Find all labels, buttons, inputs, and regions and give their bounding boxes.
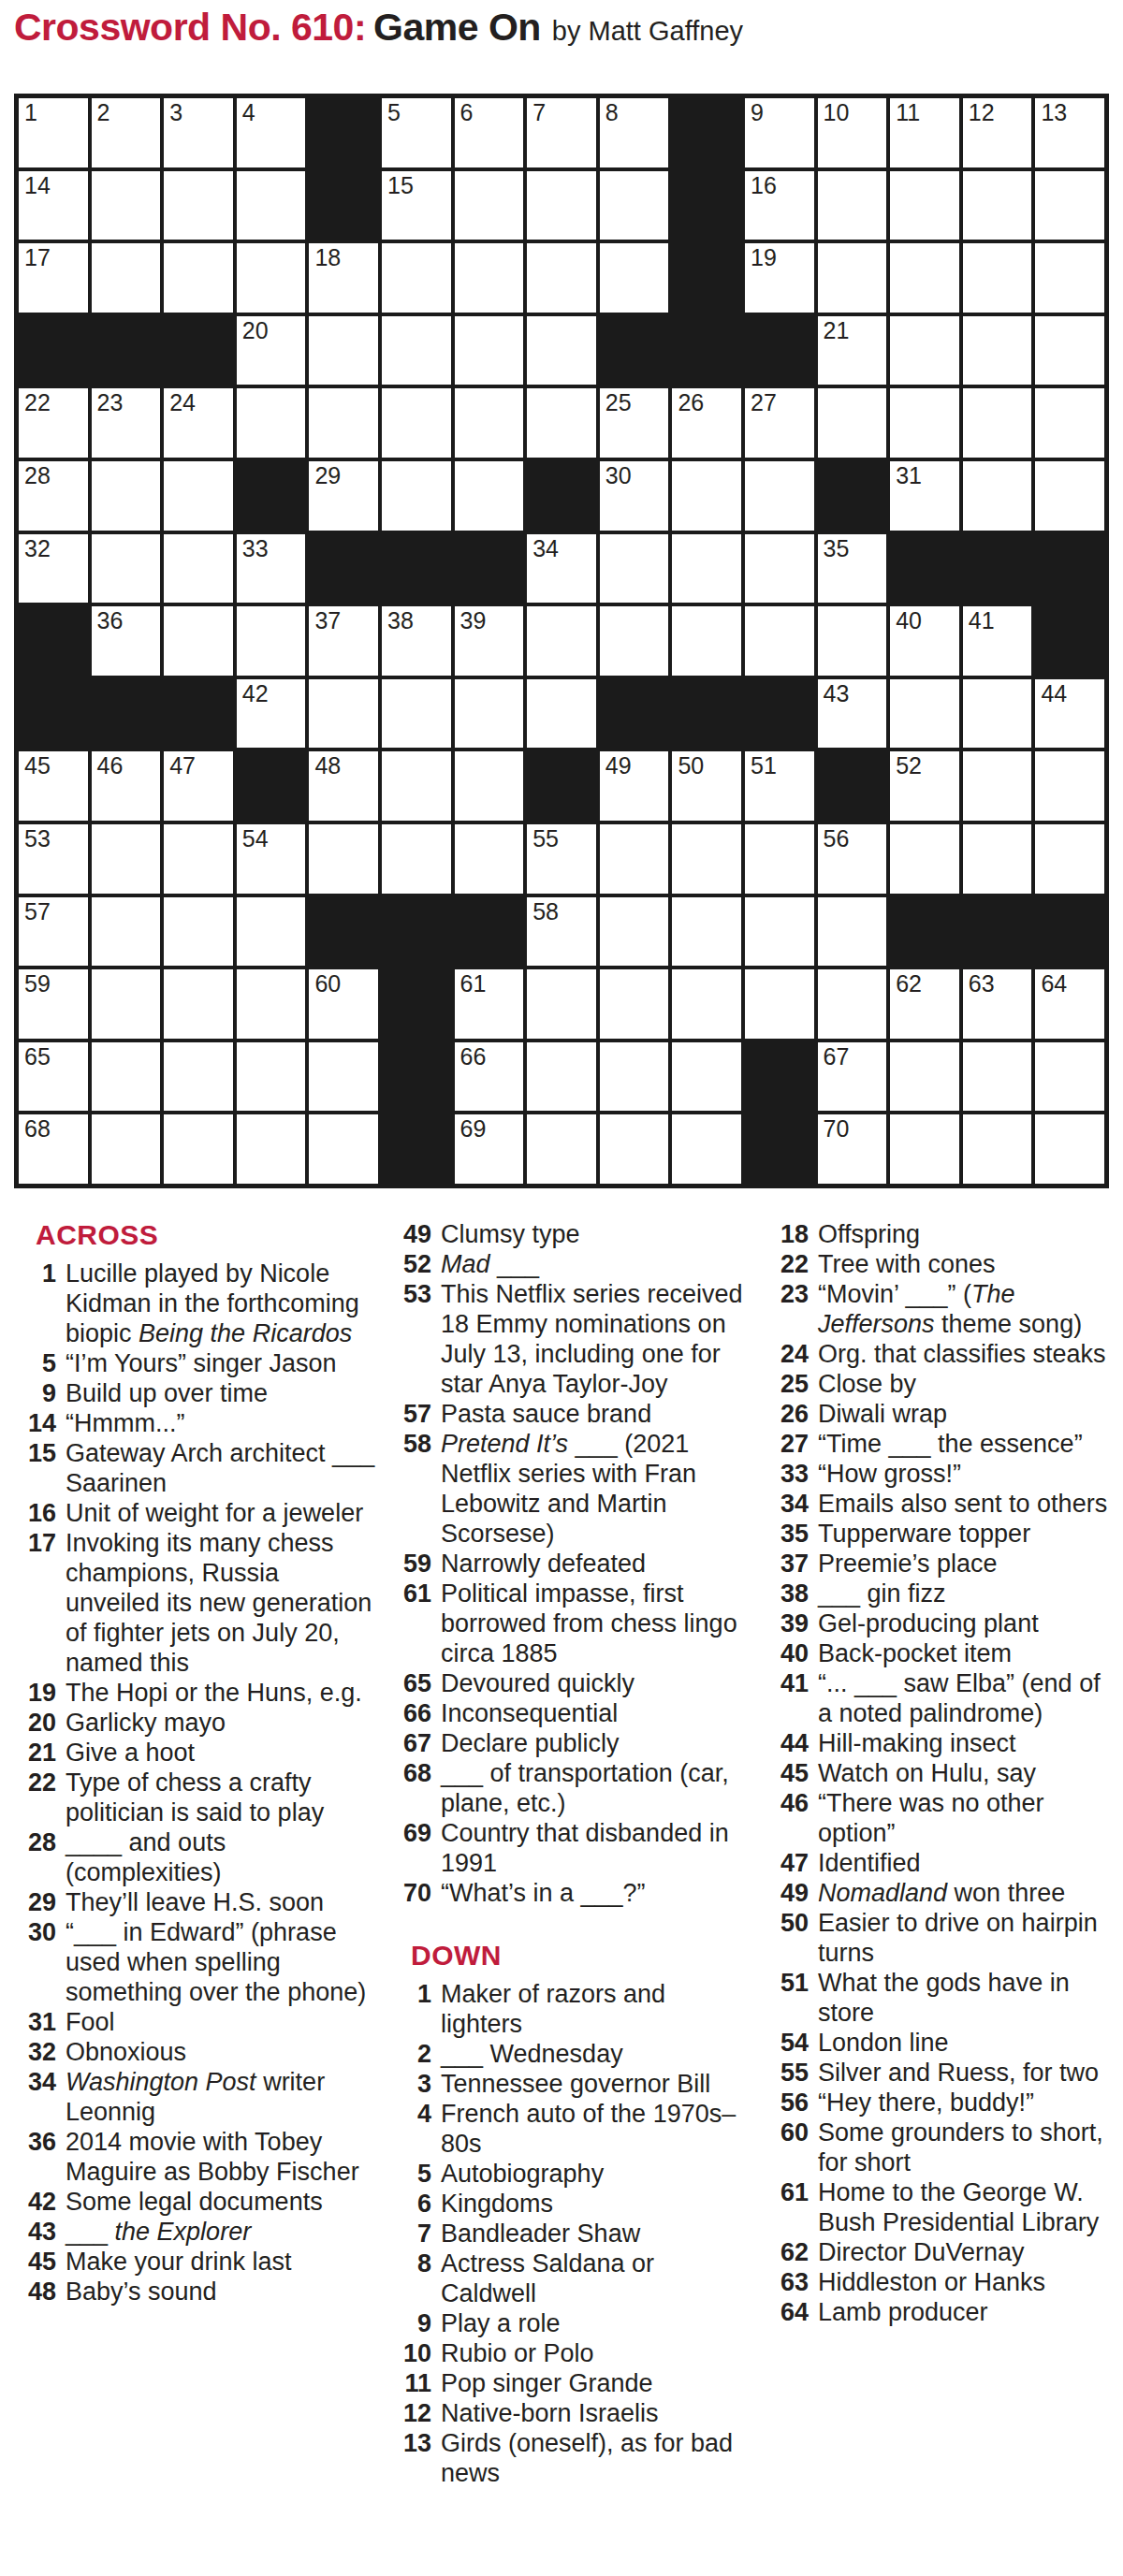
grid-cell[interactable] — [672, 897, 741, 967]
grid-cell[interactable]: 3 — [164, 98, 233, 167]
grid-cell[interactable] — [600, 534, 669, 604]
clue-number: 68 — [394, 1758, 431, 1818]
grid-cell[interactable] — [963, 751, 1032, 821]
clue-number: 66 — [394, 1698, 431, 1728]
clue-down-23: 23“Movin’ ___” (The Jeffersons theme son… — [771, 1279, 1119, 1339]
grid-cell[interactable] — [92, 534, 161, 604]
grid-cell[interactable] — [963, 316, 1032, 386]
grid-cell[interactable]: 66 — [455, 1042, 524, 1112]
grid-cell[interactable] — [1035, 1042, 1104, 1112]
grid-cell[interactable]: 56 — [818, 824, 887, 894]
grid-cell[interactable] — [92, 1114, 161, 1184]
grid-cell[interactable]: 48 — [309, 751, 378, 821]
grid-cell[interactable] — [672, 824, 741, 894]
clue-down-2: 2___ Wednesday — [394, 2039, 751, 2069]
grid-cell[interactable] — [963, 461, 1032, 531]
clue-number: 34 — [19, 2067, 56, 2127]
grid-cell[interactable]: 68 — [19, 1114, 88, 1184]
grid-cell[interactable] — [1035, 751, 1104, 821]
grid-cell[interactable] — [963, 388, 1032, 458]
grid-cell-black — [1035, 897, 1104, 967]
grid-cell[interactable]: 57 — [19, 897, 88, 967]
grid-cell[interactable]: 63 — [963, 969, 1032, 1039]
grid-cell[interactable] — [164, 969, 233, 1039]
grid-cell-black — [382, 534, 451, 604]
grid-cell[interactable] — [818, 388, 887, 458]
clue-number: 21 — [19, 1738, 56, 1768]
grid-cell[interactable] — [745, 461, 814, 531]
grid-cell-black — [309, 897, 378, 967]
clue-text: Country that disbanded in 1991 — [441, 1818, 751, 1878]
grid-cell[interactable] — [309, 316, 378, 386]
grid-cell[interactable] — [600, 824, 669, 894]
clue-number: 18 — [771, 1219, 809, 1249]
clue-number: 27 — [771, 1429, 809, 1459]
grid-cell[interactable] — [455, 316, 524, 386]
grid-cell[interactable]: 9 — [745, 98, 814, 167]
grid-cell[interactable] — [818, 969, 887, 1039]
clue-text: ___ the Explorer — [66, 2217, 376, 2247]
grid-cell[interactable] — [237, 969, 306, 1039]
grid-cell[interactable]: 21 — [818, 316, 887, 386]
grid-cell[interactable] — [92, 171, 161, 240]
clue-across-30: 30“___ in Edward” (phrase used when spel… — [19, 1917, 376, 2007]
grid-cell[interactable] — [237, 1114, 306, 1184]
grid-cell[interactable]: 64 — [1035, 969, 1104, 1039]
grid-cell[interactable] — [237, 897, 306, 967]
clue-down-18: 18Offspring — [771, 1219, 1119, 1249]
grid-cell[interactable] — [527, 171, 596, 240]
grid-cell[interactable] — [672, 534, 741, 604]
grid-cell[interactable]: 55 — [527, 824, 596, 894]
grid-cell[interactable]: 30 — [600, 461, 669, 531]
grid-cell[interactable] — [382, 388, 451, 458]
grid-cell[interactable] — [164, 461, 233, 531]
grid-cell[interactable]: 44 — [1035, 679, 1104, 749]
grid-cell[interactable] — [600, 897, 669, 967]
clue-across-1: 1Lucille played by Nicole Kidman in the … — [19, 1259, 376, 1348]
clue-number: 49 — [394, 1219, 431, 1249]
grid-cell[interactable] — [672, 969, 741, 1039]
cell-number: 65 — [24, 1045, 51, 1069]
grid-cell-black — [745, 679, 814, 749]
grid-cell[interactable] — [963, 1114, 1032, 1184]
clue-across-29: 29They’ll leave H.S. soon — [19, 1887, 376, 1917]
grid-cell[interactable] — [164, 1042, 233, 1112]
grid-cell-black — [382, 969, 451, 1039]
grid-cell[interactable] — [963, 824, 1032, 894]
grid-cell[interactable]: 14 — [19, 171, 88, 240]
grid-cell[interactable] — [818, 171, 887, 240]
grid-cell[interactable] — [1035, 388, 1104, 458]
grid-cell[interactable]: 60 — [309, 969, 378, 1039]
grid-cell[interactable]: 43 — [818, 679, 887, 749]
grid-cell[interactable]: 38 — [382, 606, 451, 676]
clue-down-40: 40Back-pocket item — [771, 1638, 1119, 1668]
title-byline: by Matt Gaffney — [552, 16, 743, 46]
clue-number: 15 — [19, 1438, 56, 1498]
grid-cell[interactable] — [309, 824, 378, 894]
grid-cell[interactable]: 53 — [19, 824, 88, 894]
grid-cell[interactable] — [890, 316, 959, 386]
clue-text: Bandleader Shaw — [441, 2219, 751, 2249]
across-header: ACROSS — [36, 1219, 376, 1251]
grid-cell[interactable]: 13 — [1035, 98, 1104, 167]
grid-cell[interactable]: 65 — [19, 1042, 88, 1112]
grid-cell[interactable]: 36 — [92, 606, 161, 676]
grid-cell[interactable]: 1 — [19, 98, 88, 167]
clue-text: “There was no other option” — [818, 1788, 1119, 1848]
clue-down-13: 13Girds (oneself), as for bad news — [394, 2428, 751, 2488]
grid-cell[interactable] — [92, 461, 161, 531]
grid-cell[interactable]: 70 — [818, 1114, 887, 1184]
grid-cell[interactable] — [309, 679, 378, 749]
grid-cell[interactable] — [890, 1114, 959, 1184]
clue-number: 65 — [394, 1668, 431, 1698]
grid-cell[interactable] — [890, 243, 959, 313]
grid-cell-black — [309, 171, 378, 240]
grid-cell[interactable] — [92, 897, 161, 967]
clue-text: Clumsy type — [441, 1219, 751, 1249]
grid-cell[interactable]: 16 — [745, 171, 814, 240]
clue-text: Identified — [818, 1848, 1119, 1878]
grid-cell[interactable] — [1035, 1114, 1104, 1184]
cell-number: 63 — [969, 972, 995, 996]
clue-down-45: 45Watch on Hulu, say — [771, 1758, 1119, 1788]
grid-cell[interactable]: 4 — [237, 98, 306, 167]
grid-cell[interactable] — [600, 1042, 669, 1112]
grid-cell[interactable]: 50 — [672, 751, 741, 821]
clue-text: “I’m Yours” singer Jason — [66, 1348, 376, 1378]
grid-cell[interactable]: 62 — [890, 969, 959, 1039]
grid-cell[interactable] — [164, 824, 233, 894]
grid-cell[interactable] — [455, 171, 524, 240]
clue-number: 20 — [19, 1708, 56, 1738]
grid-cell[interactable] — [890, 388, 959, 458]
clue-text: Build up over time — [66, 1378, 376, 1408]
grid-cell[interactable]: 51 — [745, 751, 814, 821]
grid-cell[interactable]: 34 — [527, 534, 596, 604]
grid-cell[interactable]: 52 — [890, 751, 959, 821]
clue-text: Emails also sent to others — [818, 1489, 1119, 1519]
clue-across-68: 68___ of transportation (car, plane, etc… — [394, 1758, 751, 1818]
grid-cell[interactable] — [309, 388, 378, 458]
grid-cell[interactable]: 17 — [19, 243, 88, 313]
clue-text: ___ gin fizz — [818, 1579, 1119, 1608]
clue-text: Mad ___ — [441, 1249, 751, 1279]
cell-number: 23 — [97, 391, 124, 415]
grid-cell[interactable]: 15 — [382, 171, 451, 240]
clue-text: Declare publicly — [441, 1728, 751, 1758]
grid-cell[interactable] — [672, 1042, 741, 1112]
grid-cell[interactable] — [745, 606, 814, 676]
grid-cell[interactable]: 40 — [890, 606, 959, 676]
grid-cell[interactable] — [382, 316, 451, 386]
grid-cell[interactable]: 45 — [19, 751, 88, 821]
grid-cell[interactable] — [1035, 824, 1104, 894]
clue-down-50: 50Easier to drive on hairpin turns — [771, 1908, 1119, 1968]
cell-number: 31 — [896, 464, 922, 488]
grid-cell[interactable] — [600, 171, 669, 240]
grid-cell[interactable]: 26 — [672, 388, 741, 458]
clue-text: Preemie’s place — [818, 1549, 1119, 1579]
clue-down-46: 46“There was no other option” — [771, 1788, 1119, 1848]
grid-cell[interactable]: 24 — [164, 388, 233, 458]
grid-cell[interactable] — [963, 171, 1032, 240]
grid-cell[interactable] — [92, 969, 161, 1039]
grid-cell[interactable] — [745, 824, 814, 894]
clue-down-34: 34Emails also sent to others — [771, 1489, 1119, 1519]
grid-cell[interactable]: 22 — [19, 388, 88, 458]
grid-cell[interactable]: 19 — [745, 243, 814, 313]
cell-number: 67 — [824, 1045, 850, 1069]
clue-text: “___ in Edward” (phrase used when spelli… — [66, 1917, 376, 2007]
grid-cell[interactable]: 46 — [92, 751, 161, 821]
grid-cell[interactable] — [382, 679, 451, 749]
grid-cell[interactable] — [745, 534, 814, 604]
clue-across-70: 70“What’s in a ___?” — [394, 1878, 751, 1908]
grid-cell[interactable]: 20 — [237, 316, 306, 386]
grid-cell[interactable] — [745, 969, 814, 1039]
clue-text: Close by — [818, 1369, 1119, 1399]
clue-number: 31 — [19, 2007, 56, 2037]
grid-cell[interactable] — [237, 388, 306, 458]
clue-text: Devoured quickly — [441, 1668, 751, 1698]
grid-cell[interactable] — [382, 824, 451, 894]
grid-cell[interactable]: 67 — [818, 1042, 887, 1112]
grid-cell[interactable] — [1035, 243, 1104, 313]
grid-cell[interactable] — [672, 461, 741, 531]
grid-cell[interactable]: 59 — [19, 969, 88, 1039]
clue-number: 23 — [771, 1279, 809, 1339]
grid-cell[interactable] — [527, 969, 596, 1039]
grid-cell[interactable] — [963, 679, 1032, 749]
grid-cell[interactable] — [455, 679, 524, 749]
clue-text: Obnoxious — [66, 2037, 376, 2067]
grid-cell[interactable] — [1035, 171, 1104, 240]
grid-cell[interactable]: 8 — [600, 98, 669, 167]
cell-number: 58 — [532, 900, 559, 924]
clue-text: Home to the George W. Bush Presidential … — [818, 2177, 1119, 2237]
clue-text: Narrowly defeated — [441, 1549, 751, 1579]
grid-cell[interactable] — [527, 606, 596, 676]
clue-down-39: 39Gel-producing plant — [771, 1608, 1119, 1638]
grid-cell[interactable] — [164, 897, 233, 967]
clue-number: 52 — [394, 1249, 431, 1279]
grid-cell[interactable] — [237, 1042, 306, 1112]
grid-cell[interactable]: 2 — [92, 98, 161, 167]
grid-cell[interactable] — [92, 1042, 161, 1112]
cell-number: 26 — [678, 391, 704, 415]
grid-cell-black — [1035, 606, 1104, 676]
clue-number: 41 — [771, 1668, 809, 1728]
cell-number: 22 — [24, 391, 51, 415]
clue-text: Baby’s sound — [66, 2277, 376, 2307]
grid-cell[interactable]: 10 — [818, 98, 887, 167]
grid-cell[interactable]: 32 — [19, 534, 88, 604]
grid-cell[interactable]: 12 — [963, 98, 1032, 167]
grid-cell[interactable]: 23 — [92, 388, 161, 458]
grid-cell[interactable] — [890, 1042, 959, 1112]
grid-cell[interactable] — [963, 1042, 1032, 1112]
grid-cell[interactable] — [164, 534, 233, 604]
grid-cell[interactable] — [745, 897, 814, 967]
grid-cell[interactable]: 5 — [382, 98, 451, 167]
grid-cell[interactable] — [890, 824, 959, 894]
grid-cell[interactable] — [164, 606, 233, 676]
grid-cell[interactable]: 6 — [455, 98, 524, 167]
grid-cell[interactable] — [309, 1042, 378, 1112]
grid-cell[interactable] — [527, 316, 596, 386]
grid-cell[interactable] — [1035, 316, 1104, 386]
grid-cell[interactable]: 33 — [237, 534, 306, 604]
grid-cell[interactable]: 49 — [600, 751, 669, 821]
clue-number: 36 — [19, 2127, 56, 2187]
grid-cell[interactable]: 54 — [237, 824, 306, 894]
cell-number: 45 — [24, 754, 51, 778]
across-clues-part1: 1Lucille played by Nicole Kidman in the … — [19, 1259, 376, 2307]
clue-number: 1 — [19, 1259, 56, 1348]
cell-number: 62 — [896, 972, 922, 996]
clue-number: 16 — [19, 1498, 56, 1528]
grid-cell[interactable] — [963, 243, 1032, 313]
grid-cell[interactable] — [92, 824, 161, 894]
grid-cell[interactable]: 35 — [818, 534, 887, 604]
grid-cell[interactable] — [890, 171, 959, 240]
grid-cell[interactable] — [818, 606, 887, 676]
grid-cell[interactable] — [92, 243, 161, 313]
clue-text: What the gods have in store — [818, 1968, 1119, 2028]
clue-number: 54 — [771, 2028, 809, 2058]
clue-number: 67 — [394, 1728, 431, 1758]
cell-number: 27 — [751, 391, 777, 415]
grid-cell[interactable] — [600, 969, 669, 1039]
grid-cell[interactable] — [455, 461, 524, 531]
clue-across-28: 28____ and outs (complexities) — [19, 1827, 376, 1887]
grid-cell[interactable] — [600, 606, 669, 676]
grid-cell[interactable]: 7 — [527, 98, 596, 167]
grid-cell[interactable] — [527, 1114, 596, 1184]
clue-number: 57 — [394, 1399, 431, 1429]
grid-cell[interactable] — [672, 606, 741, 676]
grid-cell[interactable] — [672, 1114, 741, 1184]
grid-cell[interactable]: 58 — [527, 897, 596, 967]
grid-cell[interactable]: 69 — [455, 1114, 524, 1184]
grid-cell[interactable] — [382, 461, 451, 531]
grid-cell[interactable]: 37 — [309, 606, 378, 676]
clue-across-43: 43___ the Explorer — [19, 2217, 376, 2247]
clue-text: Some legal documents — [66, 2187, 376, 2217]
grid-cell[interactable] — [527, 388, 596, 458]
grid-cell[interactable] — [237, 243, 306, 313]
grid-cell[interactable] — [309, 1114, 378, 1184]
cell-number: 39 — [460, 609, 487, 633]
grid-cell[interactable] — [527, 1042, 596, 1112]
cell-number: 61 — [460, 972, 487, 996]
grid-cell[interactable]: 42 — [237, 679, 306, 749]
grid-cell[interactable] — [382, 751, 451, 821]
grid-cell[interactable]: 18 — [309, 243, 378, 313]
grid-cell[interactable]: 31 — [890, 461, 959, 531]
clue-number: 45 — [771, 1758, 809, 1788]
grid-cell[interactable] — [164, 1114, 233, 1184]
clue-number: 51 — [771, 1968, 809, 2028]
clue-number: 55 — [771, 2058, 809, 2088]
grid-cell-black — [890, 534, 959, 604]
clue-across-58: 58Pretend It’s ___ (2021 Netflix series … — [394, 1429, 751, 1549]
grid-cell[interactable]: 27 — [745, 388, 814, 458]
clue-down-47: 47Identified — [771, 1848, 1119, 1878]
clue-text: Hill-making insect — [818, 1728, 1119, 1758]
clue-down-51: 51What the gods have in store — [771, 1968, 1119, 2028]
grid-cell[interactable]: 28 — [19, 461, 88, 531]
grid-cell[interactable] — [1035, 461, 1104, 531]
grid-cell[interactable]: 39 — [455, 606, 524, 676]
grid-cell[interactable] — [382, 243, 451, 313]
cell-number: 48 — [314, 754, 341, 778]
grid-cell[interactable] — [455, 243, 524, 313]
clue-number: 32 — [19, 2037, 56, 2067]
clue-down-64: 64Lamb producer — [771, 2297, 1119, 2327]
grid-cell[interactable] — [237, 606, 306, 676]
crossword-grid: 1234567891011121314151617181920212223242… — [14, 94, 1109, 1188]
clue-text: Garlicky mayo — [66, 1708, 376, 1738]
clue-text: Rubio or Polo — [441, 2338, 751, 2368]
cell-number: 51 — [751, 754, 777, 778]
clue-down-49: 49Nomadland won three — [771, 1878, 1119, 1908]
clue-text: ___ of transportation (car, plane, etc.) — [441, 1758, 751, 1818]
clue-down-44: 44Hill-making insect — [771, 1728, 1119, 1758]
clue-down-27: 27“Time ___ the essence” — [771, 1429, 1119, 1459]
clue-across-32: 32Obnoxious — [19, 2037, 376, 2067]
grid-cell[interactable]: 61 — [455, 969, 524, 1039]
grid-cell[interactable]: 41 — [963, 606, 1032, 676]
clue-number: 63 — [771, 2267, 809, 2297]
grid-cell[interactable]: 25 — [600, 388, 669, 458]
grid-cell[interactable] — [527, 243, 596, 313]
grid-cell[interactable] — [890, 679, 959, 749]
clue-number: 49 — [771, 1878, 809, 1908]
grid-cell[interactable] — [600, 243, 669, 313]
clue-text: “Hmmm...” — [66, 1408, 376, 1438]
clue-down-1: 1Maker of razors and lighters — [394, 1979, 751, 2039]
clue-number: 11 — [394, 2368, 431, 2398]
grid-cell[interactable] — [818, 243, 887, 313]
grid-cell[interactable] — [818, 897, 887, 967]
grid-cell[interactable] — [600, 1114, 669, 1184]
grid-cell[interactable] — [164, 243, 233, 313]
clue-text: Pretend It’s ___ (2021 Netflix series wi… — [441, 1429, 751, 1549]
grid-cell[interactable]: 29 — [309, 461, 378, 531]
grid-cell[interactable] — [455, 751, 524, 821]
clue-down-41: 41“... ___ saw Elba” (end of a noted pal… — [771, 1668, 1119, 1728]
clue-text: Fool — [66, 2007, 376, 2037]
cell-number: 40 — [896, 609, 922, 633]
grid-cell[interactable]: 47 — [164, 751, 233, 821]
grid-cell[interactable]: 11 — [890, 98, 959, 167]
grid-cell[interactable] — [455, 388, 524, 458]
cell-number: 47 — [169, 754, 196, 778]
clue-number: 58 — [394, 1429, 431, 1549]
clue-text: Give a hoot — [66, 1738, 376, 1768]
clue-across-52: 52Mad ___ — [394, 1249, 751, 1279]
grid-cell[interactable] — [455, 824, 524, 894]
grid-cell[interactable] — [164, 171, 233, 240]
grid-cell[interactable] — [527, 679, 596, 749]
grid-cell-black — [92, 679, 161, 749]
grid-cell[interactable] — [237, 171, 306, 240]
cell-number: 43 — [824, 682, 850, 706]
